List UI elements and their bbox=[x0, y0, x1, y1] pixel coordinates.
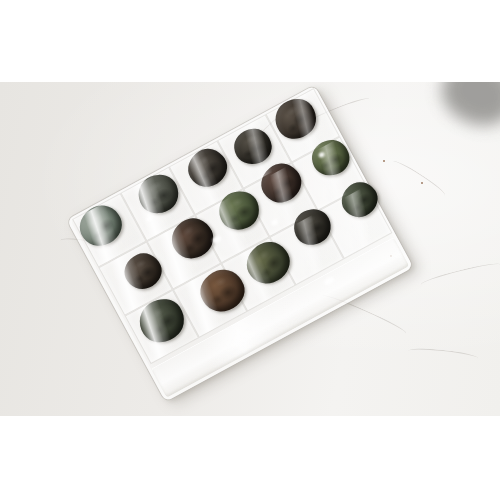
blurred-object bbox=[433, 82, 500, 136]
coin-sleeve bbox=[67, 85, 414, 401]
photograph bbox=[0, 82, 500, 416]
dust-speck bbox=[383, 160, 385, 162]
scratch-line bbox=[420, 260, 500, 289]
scratch-line bbox=[391, 158, 448, 199]
pocket-grid bbox=[72, 88, 392, 364]
scratch-line bbox=[408, 346, 479, 362]
dust-speck bbox=[421, 182, 423, 184]
screenshot-canvas: { "scene": { "type": "photograph", "subj… bbox=[0, 0, 500, 500]
coin-r1c1 bbox=[72, 198, 129, 254]
coin-r1c4 bbox=[230, 124, 276, 169]
